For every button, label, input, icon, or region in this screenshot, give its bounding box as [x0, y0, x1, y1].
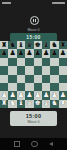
square-d4[interactable] — [25, 75, 33, 83]
top-clock-time: 15:00 — [26, 34, 40, 40]
square-b3[interactable] — [8, 83, 16, 91]
piece-black-bishop: ♝ — [43, 42, 49, 49]
square-h2[interactable]: ♟ — [59, 91, 67, 99]
piece-white-pawn: ♟ — [1, 92, 7, 99]
square-e7[interactable]: ♟ — [34, 49, 42, 57]
square-g2[interactable]: ♟ — [50, 91, 58, 99]
top-move-counter: Move 0 — [0, 28, 67, 32]
square-d1[interactable]: ♛ — [25, 100, 33, 108]
piece-white-pawn: ♟ — [43, 92, 49, 99]
recents-square-icon[interactable] — [14, 141, 20, 147]
square-h7[interactable]: ♟ — [59, 49, 67, 57]
square-a8[interactable]: ♜ — [0, 41, 8, 49]
square-c5[interactable] — [17, 66, 25, 74]
piece-black-pawn: ♟ — [35, 50, 41, 57]
square-h4[interactable] — [59, 75, 67, 83]
piece-black-pawn: ♟ — [9, 50, 15, 57]
square-f4[interactable] — [42, 75, 50, 83]
square-c3[interactable] — [17, 83, 25, 91]
square-f7[interactable]: ♟ — [42, 49, 50, 57]
pause-bar — [33, 19, 34, 22]
square-a5[interactable] — [0, 66, 8, 74]
square-b4[interactable] — [8, 75, 16, 83]
square-c8[interactable]: ♝ — [17, 41, 25, 49]
piece-black-pawn: ♟ — [60, 50, 66, 57]
home-circle-icon[interactable] — [31, 141, 38, 148]
square-b8[interactable]: ♞ — [8, 41, 16, 49]
piece-black-rook: ♜ — [1, 42, 7, 49]
bottom-move-counter: Move 0 — [28, 120, 40, 124]
square-b1[interactable]: ♞ — [8, 100, 16, 108]
square-a6[interactable] — [0, 58, 8, 66]
top-clock[interactable]: 15:00 — [10, 33, 57, 41]
square-e5[interactable] — [34, 66, 42, 74]
status-bar-time — [2, 2, 11, 4]
square-g8[interactable]: ♞ — [50, 41, 58, 49]
square-h6[interactable] — [59, 58, 67, 66]
piece-white-knight: ♞ — [9, 100, 15, 107]
piece-black-pawn: ♟ — [1, 50, 7, 57]
bottom-clock[interactable]: 15:00 Move 0 — [10, 111, 57, 127]
piece-white-pawn: ♟ — [9, 92, 15, 99]
square-c1[interactable]: ♝ — [17, 100, 25, 108]
piece-white-pawn: ♟ — [51, 92, 57, 99]
square-a1[interactable]: ♜ — [0, 100, 8, 108]
piece-black-queen: ♛ — [26, 42, 32, 49]
square-d6[interactable] — [25, 58, 33, 66]
square-b2[interactable]: ♟ — [8, 91, 16, 99]
square-b6[interactable] — [8, 58, 16, 66]
status-bar-icons — [52, 2, 65, 4]
square-d3[interactable] — [25, 83, 33, 91]
square-e4[interactable] — [34, 75, 42, 83]
square-f3[interactable] — [42, 83, 50, 91]
square-g5[interactable] — [50, 66, 58, 74]
piece-white-pawn: ♟ — [35, 92, 41, 99]
back-triangle-icon[interactable] — [49, 142, 53, 146]
piece-white-pawn: ♟ — [26, 92, 32, 99]
square-b7[interactable]: ♟ — [8, 49, 16, 57]
bottom-clock-time: 15:00 — [26, 113, 42, 119]
square-e2[interactable]: ♟ — [34, 91, 42, 99]
android-nav-bar — [0, 138, 67, 150]
piece-black-pawn: ♟ — [43, 50, 49, 57]
square-d8[interactable]: ♛ — [25, 41, 33, 49]
square-g4[interactable] — [50, 75, 58, 83]
square-f6[interactable] — [42, 58, 50, 66]
square-h5[interactable] — [59, 66, 67, 74]
square-g3[interactable] — [50, 83, 58, 91]
square-g6[interactable] — [50, 58, 58, 66]
square-a4[interactable] — [0, 75, 8, 83]
square-d5[interactable] — [25, 66, 33, 74]
piece-white-knight: ♞ — [51, 100, 57, 107]
square-a2[interactable]: ♟ — [0, 91, 8, 99]
piece-black-bishop: ♝ — [18, 42, 24, 49]
pause-bar — [35, 19, 36, 22]
square-e6[interactable] — [34, 58, 42, 66]
piece-white-bishop: ♝ — [43, 100, 49, 107]
piece-white-queen: ♛ — [26, 100, 32, 107]
piece-white-rook: ♜ — [1, 100, 7, 107]
piece-black-pawn: ♟ — [51, 50, 57, 57]
square-c7[interactable]: ♟ — [17, 49, 25, 57]
square-h3[interactable] — [59, 83, 67, 91]
square-c4[interactable] — [17, 75, 25, 83]
square-c6[interactable] — [17, 58, 25, 66]
square-f1[interactable]: ♝ — [42, 100, 50, 108]
square-c2[interactable]: ♟ — [17, 91, 25, 99]
square-e3[interactable] — [34, 83, 42, 91]
square-f8[interactable]: ♝ — [42, 41, 50, 49]
square-h8[interactable]: ♜ — [59, 41, 67, 49]
piece-white-king: ♚ — [35, 100, 41, 107]
square-g7[interactable]: ♟ — [50, 49, 58, 57]
square-f2[interactable]: ♟ — [42, 91, 50, 99]
square-a7[interactable]: ♟ — [0, 49, 8, 57]
piece-white-bishop: ♝ — [18, 100, 24, 107]
piece-white-pawn: ♟ — [60, 92, 66, 99]
piece-white-pawn: ♟ — [18, 92, 24, 99]
piece-black-pawn: ♟ — [26, 50, 32, 57]
square-h1[interactable]: ♜ — [59, 100, 67, 108]
square-d2[interactable]: ♟ — [25, 91, 33, 99]
square-g1[interactable]: ♞ — [50, 100, 58, 108]
piece-white-rook: ♜ — [60, 100, 66, 107]
app-screen: Move 0 15:00 ♜♞♝♛♚♝♞♜♟♟♟♟♟♟♟♟♟♟♟♟♟♟♟♟♜♞♝… — [0, 0, 67, 150]
square-a3[interactable] — [0, 83, 8, 91]
piece-black-rook: ♜ — [60, 42, 66, 49]
square-b5[interactable] — [8, 66, 16, 74]
chess-board[interactable]: ♜♞♝♛♚♝♞♜♟♟♟♟♟♟♟♟♟♟♟♟♟♟♟♟♜♞♝♛♚♝♞♜ — [0, 41, 67, 108]
pause-circle-icon[interactable] — [30, 16, 39, 25]
piece-black-knight: ♞ — [51, 42, 57, 49]
square-f5[interactable] — [42, 66, 50, 74]
piece-black-knight: ♞ — [9, 42, 15, 49]
square-d7[interactable]: ♟ — [25, 49, 33, 57]
square-e8[interactable]: ♚ — [34, 41, 42, 49]
square-e1[interactable]: ♚ — [34, 100, 42, 108]
piece-black-pawn: ♟ — [18, 50, 24, 57]
piece-black-king: ♚ — [35, 42, 41, 49]
